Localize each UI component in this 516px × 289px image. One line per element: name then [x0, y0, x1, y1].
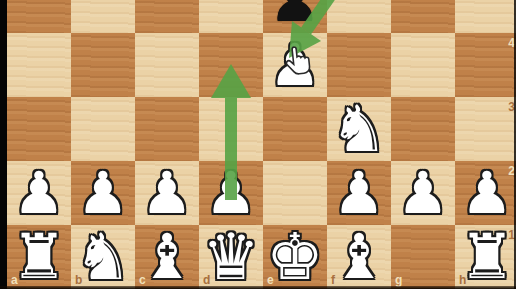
square-b5[interactable]	[71, 0, 135, 33]
square-d5[interactable]	[199, 0, 263, 33]
square-c2[interactable]: ♟	[135, 161, 199, 225]
square-e5[interactable]: ♟	[263, 0, 327, 33]
piece-black-pawn-e5[interactable]: ♟	[263, 0, 327, 33]
chess-board: ♟♟4♞3♟♟♟♟♟♟2♟a♜b♞c♝d♛e♚f♝g1h♜	[7, 0, 516, 289]
square-f4[interactable]	[327, 33, 391, 97]
piece-white-pawn-f2[interactable]: ♟	[327, 161, 391, 225]
square-h1[interactable]: 1h♜	[455, 225, 516, 289]
square-d2[interactable]: ♟	[199, 161, 263, 225]
square-g2[interactable]: ♟	[391, 161, 455, 225]
piece-white-knight-f3[interactable]: ♞	[327, 97, 391, 161]
piece-white-pawn-d2[interactable]: ♟	[199, 161, 263, 225]
square-g1[interactable]: g	[391, 225, 455, 289]
square-g4[interactable]	[391, 33, 455, 97]
chess-board-screenshot: ♟♟4♞3♟♟♟♟♟♟2♟a♜b♞c♝d♛e♚f♝g1h♜	[0, 0, 516, 289]
square-c1[interactable]: c♝	[135, 225, 199, 289]
square-e3[interactable]	[263, 97, 327, 161]
square-c4[interactable]	[135, 33, 199, 97]
square-b3[interactable]	[71, 97, 135, 161]
piece-white-knight-b1[interactable]: ♞	[71, 225, 135, 289]
square-a3[interactable]	[7, 97, 71, 161]
square-b4[interactable]	[71, 33, 135, 97]
square-a4[interactable]	[7, 33, 71, 97]
square-d4[interactable]	[199, 33, 263, 97]
square-h4[interactable]: 4	[455, 33, 516, 97]
square-e4[interactable]: ♟	[263, 33, 327, 97]
square-d3[interactable]	[199, 97, 263, 161]
square-f2[interactable]: ♟	[327, 161, 391, 225]
piece-white-pawn-h2[interactable]: ♟	[455, 161, 516, 225]
square-b1[interactable]: b♞	[71, 225, 135, 289]
square-g3[interactable]	[391, 97, 455, 161]
piece-white-bishop-f1[interactable]: ♝	[327, 225, 391, 289]
square-g5[interactable]	[391, 0, 455, 33]
piece-white-rook-a1[interactable]: ♜	[7, 225, 71, 289]
piece-white-queen-d1[interactable]: ♛	[199, 225, 263, 289]
left-black-bar	[0, 0, 7, 289]
square-a2[interactable]: ♟	[7, 161, 71, 225]
square-h5[interactable]	[455, 0, 516, 33]
coord-file-g: g	[395, 274, 402, 286]
piece-white-pawn-b2[interactable]: ♟	[71, 161, 135, 225]
square-b2[interactable]: ♟	[71, 161, 135, 225]
piece-white-pawn-g2[interactable]: ♟	[391, 161, 455, 225]
piece-white-pawn-c2[interactable]: ♟	[135, 161, 199, 225]
square-c3[interactable]	[135, 97, 199, 161]
piece-white-pawn-e4[interactable]: ♟	[263, 33, 327, 97]
square-d1[interactable]: d♛	[199, 225, 263, 289]
square-f3[interactable]: ♞	[327, 97, 391, 161]
square-a1[interactable]: a♜	[7, 225, 71, 289]
piece-white-king-e1[interactable]: ♚	[263, 225, 327, 289]
square-a5[interactable]	[7, 0, 71, 33]
piece-white-pawn-a2[interactable]: ♟	[7, 161, 71, 225]
square-h2[interactable]: 2♟	[455, 161, 516, 225]
piece-white-rook-h1[interactable]: ♜	[455, 225, 516, 289]
square-c5[interactable]	[135, 0, 199, 33]
square-h3[interactable]: 3	[455, 97, 516, 161]
square-e2[interactable]	[263, 161, 327, 225]
piece-white-bishop-c1[interactable]: ♝	[135, 225, 199, 289]
square-f1[interactable]: f♝	[327, 225, 391, 289]
square-f5[interactable]	[327, 0, 391, 33]
square-e1[interactable]: e♚	[263, 225, 327, 289]
